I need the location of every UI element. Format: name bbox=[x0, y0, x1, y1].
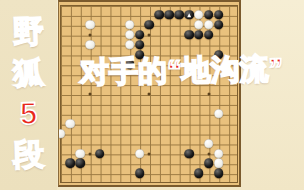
banner-char-4: 段 bbox=[12, 133, 44, 175]
black-stone bbox=[95, 149, 105, 159]
star-point bbox=[207, 93, 210, 96]
black-stone bbox=[214, 20, 224, 30]
white-stone bbox=[125, 40, 135, 50]
star-point bbox=[89, 152, 92, 155]
caption-text: 对手的“地沟流” bbox=[80, 52, 304, 89]
white-stone bbox=[125, 30, 135, 40]
white-stone bbox=[58, 129, 65, 139]
star-point bbox=[148, 152, 151, 155]
white-stone bbox=[214, 159, 224, 169]
black-stone bbox=[75, 159, 85, 169]
star-point bbox=[89, 33, 92, 36]
white-stone bbox=[214, 109, 224, 119]
white-stone bbox=[75, 149, 85, 159]
white-stone bbox=[194, 20, 204, 30]
black-stone bbox=[194, 169, 204, 179]
white-stone bbox=[85, 40, 95, 50]
black-stone bbox=[184, 10, 194, 20]
white-stone bbox=[204, 20, 214, 30]
banner-char-2: 狐 bbox=[12, 51, 44, 93]
black-stone bbox=[65, 159, 75, 169]
black-stone bbox=[194, 30, 204, 40]
black-stone bbox=[204, 30, 214, 40]
black-stone bbox=[204, 159, 214, 169]
black-stone bbox=[135, 169, 145, 179]
white-stone bbox=[85, 20, 95, 30]
black-stone bbox=[155, 10, 165, 20]
black-stone bbox=[174, 10, 184, 20]
black-stone bbox=[204, 10, 214, 20]
white-stone bbox=[125, 20, 135, 30]
left-banner: 野 狐 5 段 bbox=[0, 0, 57, 190]
black-stone bbox=[145, 20, 155, 30]
banner-char-1: 野 bbox=[12, 10, 44, 52]
white-stone bbox=[214, 149, 224, 159]
go-board bbox=[58, 0, 241, 187]
banner-char-3: 5 bbox=[19, 93, 38, 135]
star-point bbox=[148, 33, 151, 36]
black-stone bbox=[184, 30, 194, 40]
star-point bbox=[89, 93, 92, 96]
white-stone bbox=[194, 10, 204, 20]
star-point bbox=[148, 93, 151, 96]
star-point bbox=[207, 152, 210, 155]
black-stone bbox=[164, 10, 174, 20]
black-stone bbox=[184, 149, 194, 159]
black-stone bbox=[214, 169, 224, 179]
white-stone bbox=[65, 119, 75, 129]
black-stone bbox=[214, 10, 224, 20]
black-stone bbox=[135, 30, 145, 40]
last-move-triangle-icon bbox=[187, 13, 191, 17]
black-stone bbox=[135, 40, 145, 50]
white-stone bbox=[204, 139, 214, 149]
video-frame: 野 狐 5 段 对手的“地沟流” bbox=[0, 0, 304, 190]
white-stone bbox=[135, 149, 145, 159]
